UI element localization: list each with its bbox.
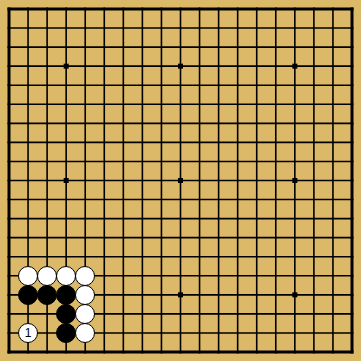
white-stone-C5 [37, 266, 57, 286]
intersection-E3 [76, 304, 95, 323]
white-stone-E5 [75, 266, 95, 286]
intersection-C4 [38, 285, 57, 304]
move-number-label: 1 [25, 327, 32, 339]
intersection-D3 [57, 304, 76, 323]
intersection-E2 [76, 323, 95, 342]
black-stone-D2 [56, 323, 76, 343]
white-stone-D5 [56, 266, 76, 286]
white-stone-E3 [75, 304, 95, 324]
black-stone-C4 [37, 285, 57, 305]
black-stone-B4 [18, 285, 38, 305]
black-stone-D3 [56, 304, 76, 324]
black-stone-D4 [56, 285, 76, 305]
intersection-B4 [19, 285, 38, 304]
white-stone-E2 [75, 323, 95, 343]
go-board[interactable]: 1 [0, 0, 361, 361]
intersection-B2: 1 [19, 323, 38, 342]
board-intersections: 1 [0, 0, 361, 361]
white-stone-E4 [75, 285, 95, 305]
intersection-D2 [57, 323, 76, 342]
white-stone-B5 [18, 266, 38, 286]
intersection-E4 [76, 285, 95, 304]
intersection-C5 [38, 266, 57, 285]
intersection-B5 [19, 266, 38, 285]
intersection-D4 [57, 285, 76, 304]
intersection-D5 [57, 266, 76, 285]
intersection-E5 [76, 266, 95, 285]
white-stone-B2-move-1: 1 [18, 323, 38, 343]
